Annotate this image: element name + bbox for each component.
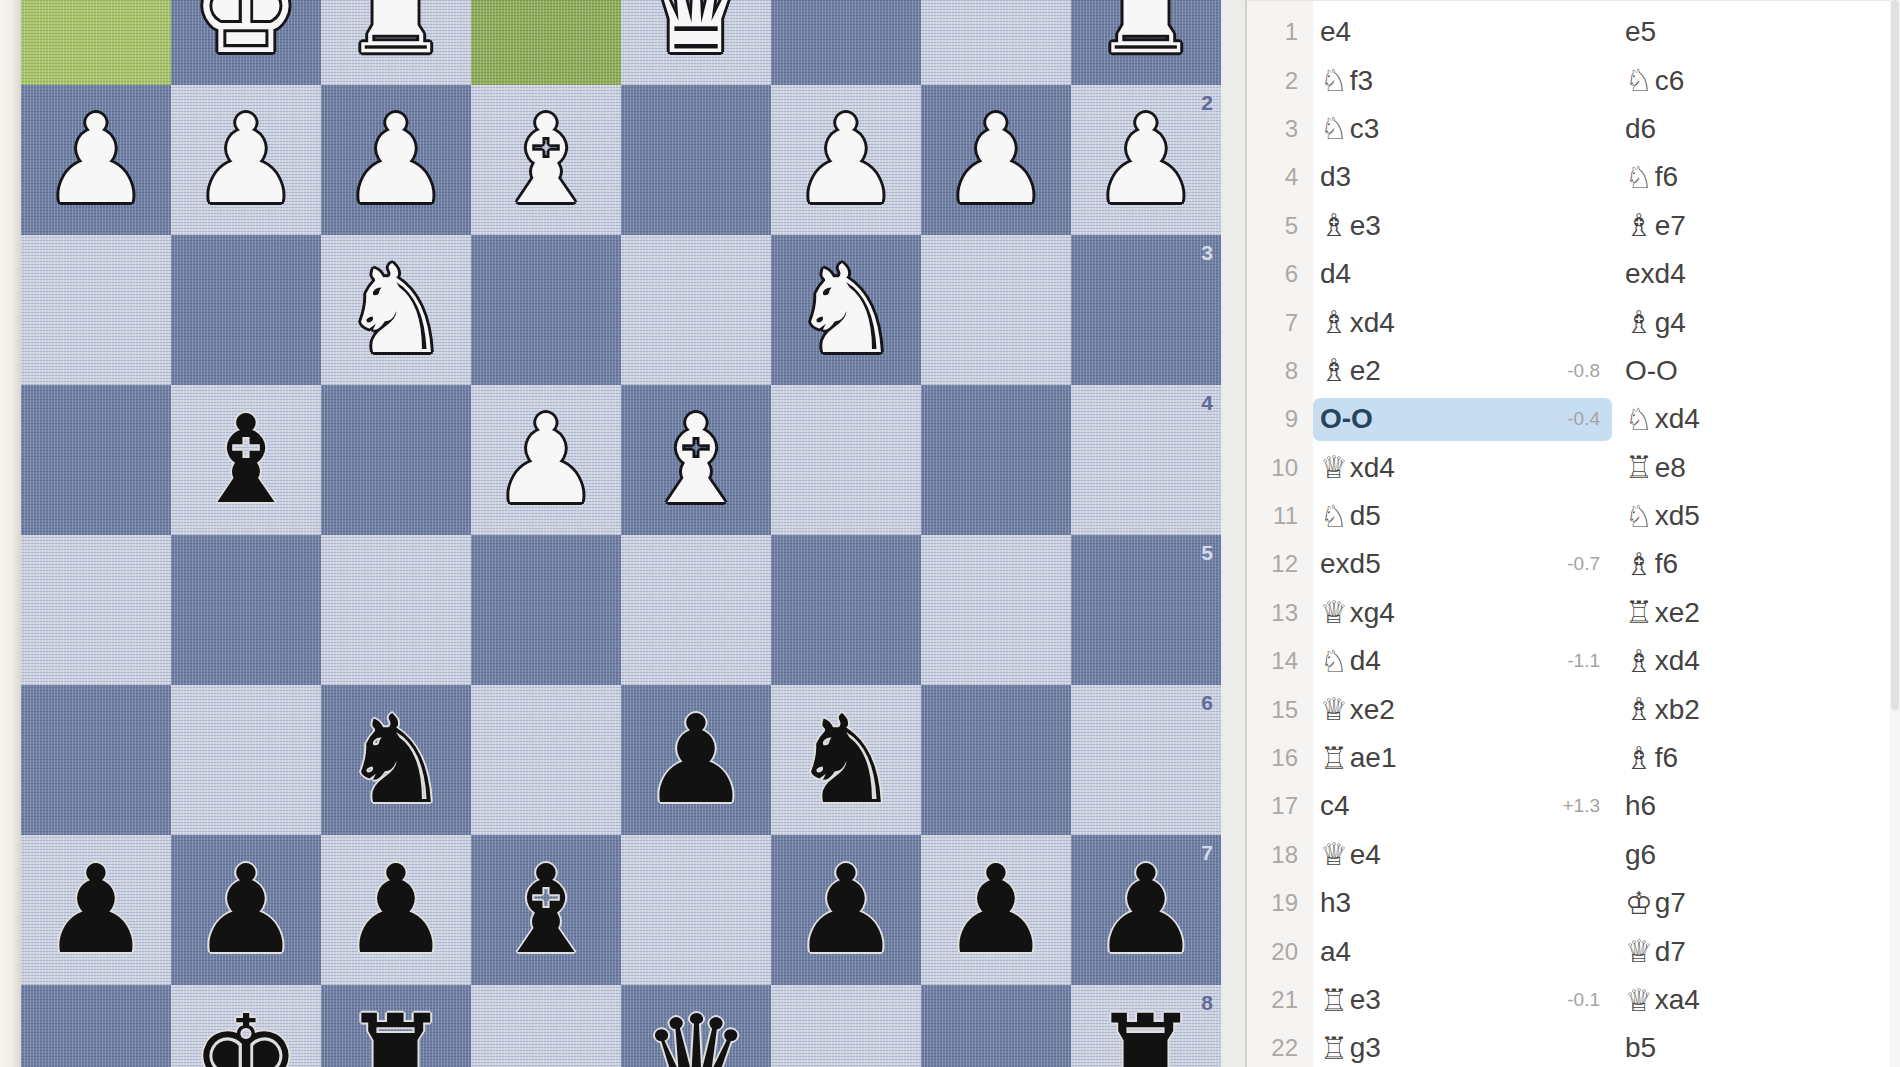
- move-san: e8: [1655, 452, 1686, 484]
- move-row-3: 3♘c3d6: [1247, 105, 1900, 153]
- figurine-knight-icon: ♘: [1625, 65, 1653, 96]
- scrollbar-track[interactable]: [1890, 0, 1900, 1067]
- square-texture: [1071, 535, 1221, 685]
- move-san: xb2: [1655, 694, 1700, 726]
- black-pawn-c7[interactable]: ♟: [771, 835, 921, 985]
- board-square-f4[interactable]: [321, 385, 471, 535]
- move-san: d3: [1320, 161, 1351, 193]
- black-move-5[interactable]: ♗e7: [1625, 204, 1686, 247]
- black-move-16[interactable]: ♗f6: [1625, 737, 1678, 780]
- board-square-g4[interactable]: ♝: [171, 385, 321, 535]
- black-move-3[interactable]: d6: [1625, 107, 1656, 150]
- white-move-8[interactable]: ♗e2-0.8: [1313, 349, 1612, 392]
- square-texture: [471, 0, 621, 85]
- square-texture: [21, 985, 171, 1067]
- square-texture: [21, 385, 171, 535]
- move-number: 14: [1247, 647, 1298, 675]
- white-move-15[interactable]: ♕xe2: [1313, 688, 1612, 731]
- white-move-2[interactable]: ♘f3: [1313, 59, 1612, 102]
- figurine-bishop-icon: ♗: [1625, 743, 1653, 774]
- rank-label-7: 7: [1201, 841, 1213, 865]
- white-move-16[interactable]: ♖ae1: [1313, 737, 1612, 780]
- square-texture: [771, 0, 921, 85]
- board-panel-gap: [1221, 0, 1245, 1067]
- black-move-9[interactable]: ♘xd4: [1625, 398, 1700, 441]
- figurine-knight-icon: ♘: [1320, 65, 1348, 96]
- move-san: d7: [1655, 936, 1686, 968]
- move-row-16: 16♖ae1♗f6: [1247, 734, 1900, 782]
- figurine-bishop-icon: ♗: [1320, 355, 1348, 386]
- board-square-f2[interactable]: ♟: [321, 85, 471, 235]
- board-square-e3[interactable]: [471, 235, 621, 385]
- move-san: f6: [1655, 161, 1678, 193]
- move-row-8: 8♗e2-0.8O-O: [1247, 347, 1900, 395]
- black-move-20[interactable]: ♕d7: [1625, 930, 1686, 973]
- move-number: 20: [1247, 938, 1298, 966]
- board-square-d8[interactable]: ♛: [621, 985, 771, 1067]
- white-move-13[interactable]: ♕xg4: [1313, 591, 1612, 634]
- white-rook-f1[interactable]: ♜: [321, 0, 471, 85]
- white-move-1[interactable]: e4: [1313, 11, 1612, 54]
- board-square-c3[interactable]: ♞: [771, 235, 921, 385]
- white-pawn-h2[interactable]: ♟: [21, 85, 171, 235]
- square-texture: [621, 535, 771, 685]
- white-move-11[interactable]: ♘d5: [1313, 495, 1612, 538]
- figurine-knight-icon: ♘: [1625, 501, 1653, 532]
- move-number: 1: [1247, 18, 1298, 46]
- move-san: e4: [1320, 16, 1351, 48]
- white-pawn-b2[interactable]: ♟: [921, 85, 1071, 235]
- white-move-19[interactable]: h3: [1313, 882, 1612, 925]
- board-square-e7[interactable]: ♝: [471, 835, 621, 985]
- black-move-6[interactable]: exd4: [1625, 253, 1686, 296]
- figurine-knight-icon: ♘: [1625, 162, 1653, 193]
- move-san: e2: [1350, 355, 1381, 387]
- black-pawn-b7[interactable]: ♟: [921, 835, 1071, 985]
- board-square-c8[interactable]: [771, 985, 921, 1067]
- board-square-d5[interactable]: [621, 535, 771, 685]
- figurine-knight-icon: ♘: [1320, 501, 1348, 532]
- black-move-12[interactable]: ♗f6: [1625, 543, 1678, 586]
- white-move-9[interactable]: O-O-0.4: [1313, 398, 1612, 441]
- white-bishop-d4[interactable]: ♝: [621, 385, 771, 535]
- square-texture: [1071, 385, 1221, 535]
- move-san: xd4: [1350, 307, 1395, 339]
- black-pawn-h7[interactable]: ♟: [21, 835, 171, 985]
- figurine-bishop-icon: ♗: [1320, 210, 1348, 241]
- move-san: h6: [1625, 790, 1656, 822]
- board-square-c4[interactable]: [771, 385, 921, 535]
- eval-badge: -0.4: [1567, 408, 1600, 430]
- black-move-21[interactable]: ♕xa4: [1625, 979, 1700, 1022]
- move-san: g7: [1655, 887, 1686, 919]
- board-square-b5[interactable]: [921, 535, 1071, 685]
- figurine-queen-icon: ♕: [1625, 936, 1653, 967]
- white-move-14[interactable]: ♘d4-1.1: [1313, 640, 1612, 683]
- black-move-19[interactable]: ♔g7: [1625, 882, 1686, 925]
- board-square-a2[interactable]: ♟: [1071, 85, 1221, 235]
- move-number: 5: [1247, 212, 1298, 240]
- black-move-10[interactable]: ♖e8: [1625, 446, 1686, 489]
- board-square-g1[interactable]: ♚: [171, 0, 321, 85]
- white-move-5[interactable]: ♗e3: [1313, 204, 1612, 247]
- white-move-10[interactable]: ♕xd4: [1313, 446, 1612, 489]
- white-move-20[interactable]: a4: [1313, 930, 1612, 973]
- move-row-19: 19h3♔g7: [1247, 879, 1900, 927]
- board-square-g3[interactable]: [171, 235, 321, 385]
- eval-badge: -0.7: [1567, 553, 1600, 575]
- move-number: 2: [1247, 67, 1298, 95]
- figurine-rook-icon: ♖: [1625, 597, 1653, 628]
- move-row-21: 21♖e3-0.1♕xa4: [1247, 976, 1900, 1024]
- white-knight-c3[interactable]: ♞: [771, 235, 921, 385]
- board-square-d2[interactable]: [621, 85, 771, 235]
- black-bishop-g4[interactable]: ♝: [171, 385, 321, 535]
- board-square-e8[interactable]: [471, 985, 621, 1067]
- board-square-a4[interactable]: [1071, 385, 1221, 535]
- move-san: d5: [1350, 500, 1381, 532]
- move-row-1: 1e4e5: [1247, 8, 1900, 56]
- white-pawn-f2[interactable]: ♟: [321, 85, 471, 235]
- move-row-4: 4d3♘f6: [1247, 153, 1900, 201]
- board-square-d1[interactable]: ♛: [621, 0, 771, 85]
- board-square-e4[interactable]: ♟: [471, 385, 621, 535]
- move-number: 6: [1247, 260, 1298, 288]
- rank-label-3: 3: [1201, 241, 1213, 265]
- board-square-a5[interactable]: [1071, 535, 1221, 685]
- black-move-8[interactable]: O-O: [1625, 349, 1678, 392]
- figurine-queen-icon: ♕: [1320, 694, 1348, 725]
- board-square-e5[interactable]: [471, 535, 621, 685]
- board-square-b6[interactable]: [921, 685, 1071, 835]
- black-move-17[interactable]: h6: [1625, 785, 1656, 828]
- move-row-18: 18♕e4g6: [1247, 831, 1900, 879]
- black-pawn-g7[interactable]: ♟: [171, 835, 321, 985]
- move-san: b5: [1625, 1032, 1656, 1064]
- white-move-6[interactable]: d4: [1313, 253, 1612, 296]
- square-texture: [471, 985, 621, 1067]
- board-square-h3[interactable]: [21, 235, 171, 385]
- move-row-14: 14♘d4-1.1♗xd4: [1247, 637, 1900, 685]
- eval-badge: -0.8: [1567, 360, 1600, 382]
- figurine-rook-icon: ♖: [1320, 743, 1348, 774]
- board-square-f8[interactable]: ♜: [321, 985, 471, 1067]
- figurine-bishop-icon: ♗: [1625, 694, 1653, 725]
- square-texture: [921, 985, 1071, 1067]
- white-queen-d1[interactable]: ♛: [621, 0, 771, 85]
- square-texture: [621, 85, 771, 235]
- board-square-c7[interactable]: ♟: [771, 835, 921, 985]
- square-texture: [921, 685, 1071, 835]
- board-square-a3[interactable]: [1071, 235, 1221, 385]
- board-square-b4[interactable]: [921, 385, 1071, 535]
- figurine-queen-icon: ♕: [1320, 452, 1348, 483]
- move-row-7: 7♗xd4♗g4: [1247, 298, 1900, 346]
- board-square-f1[interactable]: ♜: [321, 0, 471, 85]
- square-texture: [921, 535, 1071, 685]
- move-number: 12: [1247, 550, 1298, 578]
- figurine-bishop-icon: ♗: [1625, 210, 1653, 241]
- board-square-b3[interactable]: [921, 235, 1071, 385]
- board-square-a6[interactable]: [1071, 685, 1221, 835]
- square-texture: [471, 685, 621, 835]
- eval-badge: +1.3: [1562, 795, 1600, 817]
- move-san: xd4: [1655, 645, 1700, 677]
- move-san: d6: [1625, 113, 1656, 145]
- move-number: 10: [1247, 454, 1298, 482]
- black-pawn-f7[interactable]: ♟: [321, 835, 471, 985]
- white-pawn-e4[interactable]: ♟: [471, 385, 621, 535]
- white-pawn-g2[interactable]: ♟: [171, 85, 321, 235]
- square-texture: [771, 985, 921, 1067]
- move-san: d4: [1350, 645, 1381, 677]
- board-square-b8[interactable]: [921, 985, 1071, 1067]
- move-san: O-O: [1320, 403, 1373, 435]
- black-king-g8[interactable]: ♚: [171, 985, 321, 1067]
- black-move-1[interactable]: e5: [1625, 11, 1656, 54]
- move-number: 18: [1247, 841, 1298, 869]
- board-square-c2[interactable]: ♟: [771, 85, 921, 235]
- move-number: 13: [1247, 599, 1298, 627]
- rank-label-4: 4: [1201, 391, 1213, 415]
- square-texture: [21, 685, 171, 835]
- move-number: 8: [1247, 357, 1298, 385]
- rank-label-2: 2: [1201, 91, 1213, 115]
- black-queen-d8[interactable]: ♛: [621, 985, 771, 1067]
- move-row-12: 12exd5-0.7♗f6: [1247, 540, 1900, 588]
- figurine-rook-icon: ♖: [1625, 452, 1653, 483]
- move-number: 19: [1247, 889, 1298, 917]
- black-knight-c6[interactable]: ♞: [771, 685, 921, 835]
- move-row-9: 9O-O-0.4♘xd4: [1247, 395, 1900, 443]
- board-square-g6[interactable]: [171, 685, 321, 835]
- move-san: c3: [1350, 113, 1380, 145]
- white-pawn-c2[interactable]: ♟: [771, 85, 921, 235]
- figurine-queen-icon: ♕: [1320, 597, 1348, 628]
- white-king-g1[interactable]: ♚: [171, 0, 321, 85]
- figurine-queen-icon: ♕: [1320, 839, 1348, 870]
- black-rook-a8[interactable]: ♜: [1071, 985, 1221, 1067]
- board-square-g2[interactable]: ♟: [171, 85, 321, 235]
- board-square-h2[interactable]: ♟: [21, 85, 171, 235]
- board-square-c6[interactable]: ♞: [771, 685, 921, 835]
- move-san: a4: [1320, 936, 1351, 968]
- move-number: 11: [1247, 502, 1298, 530]
- board-square-c1[interactable]: [771, 0, 921, 85]
- move-san: e4: [1350, 839, 1381, 871]
- move-number: 4: [1247, 163, 1298, 191]
- move-row-17: 17c4+1.3h6: [1247, 782, 1900, 830]
- move-san: f3: [1350, 65, 1373, 97]
- board-square-c5[interactable]: [771, 535, 921, 685]
- board-square-a1[interactable]: ♜: [1071, 0, 1221, 85]
- move-row-6: 6d4exd4: [1247, 250, 1900, 298]
- square-texture: [471, 235, 621, 385]
- square-texture: [1071, 685, 1221, 835]
- white-move-4[interactable]: d3: [1313, 156, 1612, 199]
- move-san: g4: [1655, 307, 1686, 339]
- black-move-22[interactable]: b5: [1625, 1027, 1656, 1067]
- board-square-h8[interactable]: [21, 985, 171, 1067]
- figurine-bishop-icon: ♗: [1320, 307, 1348, 338]
- black-move-18[interactable]: g6: [1625, 833, 1656, 876]
- board-square-g7[interactable]: ♟: [171, 835, 321, 985]
- board-square-h5[interactable]: [21, 535, 171, 685]
- move-san: f6: [1655, 742, 1678, 774]
- figurine-bishop-icon: ♗: [1625, 307, 1653, 338]
- square-texture: [621, 835, 771, 985]
- figurine-knight-icon: ♘: [1625, 404, 1653, 435]
- black-move-4[interactable]: ♘f6: [1625, 156, 1678, 199]
- move-row-11: 11♘d5♘xd5: [1247, 492, 1900, 540]
- black-move-14[interactable]: ♗xd4: [1625, 640, 1700, 683]
- square-texture: [771, 535, 921, 685]
- board-square-g8[interactable]: ♚: [171, 985, 321, 1067]
- move-san: xa4: [1655, 984, 1700, 1016]
- square-texture: [771, 385, 921, 535]
- black-move-15[interactable]: ♗xb2: [1625, 688, 1700, 731]
- move-san: e7: [1655, 210, 1686, 242]
- move-row-20: 20a4♕d7: [1247, 927, 1900, 975]
- move-number: 3: [1247, 115, 1298, 143]
- white-knight-f3[interactable]: ♞: [321, 235, 471, 385]
- board-square-h6[interactable]: [21, 685, 171, 835]
- scrollbar-thumb[interactable]: [1891, 0, 1899, 710]
- move-row-22: 22♖g3b5: [1247, 1024, 1900, 1067]
- move-san: xd5: [1655, 500, 1700, 532]
- figurine-bishop-icon: ♗: [1625, 646, 1653, 677]
- move-number: 21: [1247, 986, 1298, 1014]
- white-move-17[interactable]: c4+1.3: [1313, 785, 1612, 828]
- move-san: xd4: [1350, 452, 1395, 484]
- move-san: xe2: [1350, 694, 1395, 726]
- board-square-d7[interactable]: [621, 835, 771, 985]
- black-knight-f6[interactable]: ♞: [321, 685, 471, 835]
- move-number: 9: [1247, 405, 1298, 433]
- board-square-e6[interactable]: [471, 685, 621, 835]
- figurine-knight-icon: ♘: [1320, 646, 1348, 677]
- move-row-13: 13♕xg4♖xe2: [1247, 589, 1900, 637]
- move-row-2: 2♘f3♘c6: [1247, 56, 1900, 104]
- board-square-b7[interactable]: ♟: [921, 835, 1071, 985]
- black-bishop-e7[interactable]: ♝: [471, 835, 621, 985]
- move-san: xg4: [1350, 597, 1395, 629]
- board-square-h1[interactable]: [21, 0, 171, 85]
- move-number: 15: [1247, 696, 1298, 724]
- figurine-rook-icon: ♖: [1320, 1033, 1348, 1064]
- board-square-b2[interactable]: ♟: [921, 85, 1071, 235]
- figurine-king-icon: ♔: [1625, 888, 1653, 919]
- move-san: c4: [1320, 790, 1350, 822]
- square-texture: [21, 0, 171, 85]
- move-number: 16: [1247, 744, 1298, 772]
- square-texture: [171, 535, 321, 685]
- white-move-7[interactable]: ♗xd4: [1313, 301, 1612, 344]
- chess-board[interactable]: ♚♜♛♜♟♟♟♝♟♟♟♞♞♝♟♝♞♟♞♟♟♟♝♟♟♟♚♜♛♜2345678: [21, 0, 1221, 1067]
- figurine-knight-icon: ♘: [1320, 113, 1348, 144]
- move-san: d4: [1320, 258, 1351, 290]
- board-square-e2[interactable]: ♝: [471, 85, 621, 235]
- board-square-d3[interactable]: [621, 235, 771, 385]
- square-texture: [171, 235, 321, 385]
- move-number: 7: [1247, 309, 1298, 337]
- move-san: f6: [1655, 548, 1678, 580]
- black-move-11[interactable]: ♘xd5: [1625, 495, 1700, 538]
- square-texture: [921, 235, 1071, 385]
- move-row-5: 5♗e3♗e7: [1247, 202, 1900, 250]
- rank-label-8: 8: [1201, 991, 1213, 1015]
- white-move-12[interactable]: exd5-0.7: [1313, 543, 1612, 586]
- board-square-f7[interactable]: ♟: [321, 835, 471, 985]
- black-pawn-a7[interactable]: ♟: [1071, 835, 1221, 985]
- move-row-15: 15♕xe2♗xb2: [1247, 685, 1900, 733]
- move-san: e3: [1350, 210, 1381, 242]
- square-texture: [921, 0, 1071, 85]
- move-san: xe2: [1655, 597, 1700, 629]
- black-move-13[interactable]: ♖xe2: [1625, 591, 1700, 634]
- black-move-2[interactable]: ♘c6: [1625, 59, 1684, 102]
- board-square-f3[interactable]: ♞: [321, 235, 471, 385]
- move-list: 1e4e52♘f3♘c63♘c3d64d3♘f65♗e3♗e76d4exd47♗…: [1247, 8, 1900, 1067]
- figurine-rook-icon: ♖: [1320, 985, 1348, 1016]
- white-move-3[interactable]: ♘c3: [1313, 107, 1612, 150]
- black-move-7[interactable]: ♗g4: [1625, 301, 1686, 344]
- white-move-18[interactable]: ♕e4: [1313, 833, 1612, 876]
- move-san: ae1: [1350, 742, 1397, 774]
- board-square-d4[interactable]: ♝: [621, 385, 771, 535]
- board-viewport: ♚♜♛♜♟♟♟♝♟♟♟♞♞♝♟♝♞♟♞♟♟♟♝♟♟♟♚♜♛♜2345678: [21, 0, 1221, 1067]
- board-square-d6[interactable]: ♟: [621, 685, 771, 835]
- board-square-h4[interactable]: [21, 385, 171, 535]
- square-texture: [621, 235, 771, 385]
- eval-badge: -1.1: [1567, 650, 1600, 672]
- white-rook-a1[interactable]: ♜: [1071, 0, 1221, 85]
- board-square-e1[interactable]: [471, 0, 621, 85]
- board-square-h7[interactable]: ♟: [21, 835, 171, 985]
- board-square-a7[interactable]: ♟: [1071, 835, 1221, 985]
- square-texture: [21, 535, 171, 685]
- board-square-g5[interactable]: [171, 535, 321, 685]
- square-texture: [921, 385, 1071, 535]
- move-san: h3: [1320, 887, 1351, 919]
- white-move-22[interactable]: ♖g3: [1313, 1027, 1612, 1067]
- move-san: e3: [1350, 984, 1381, 1016]
- black-pawn-d6[interactable]: ♟: [621, 685, 771, 835]
- move-san: exd5: [1320, 548, 1381, 580]
- board-square-f5[interactable]: [321, 535, 471, 685]
- white-move-21[interactable]: ♖e3-0.1: [1313, 979, 1612, 1022]
- square-texture: [321, 385, 471, 535]
- move-row-10: 10♕xd4♖e8: [1247, 444, 1900, 492]
- board-square-b1[interactable]: [921, 0, 1071, 85]
- white-pawn-a2[interactable]: ♟: [1071, 85, 1221, 235]
- black-rook-f8[interactable]: ♜: [321, 985, 471, 1067]
- move-number: 22: [1247, 1034, 1298, 1062]
- move-san: xd4: [1655, 403, 1700, 435]
- move-san: exd4: [1625, 258, 1686, 290]
- square-texture: [171, 685, 321, 835]
- move-san: g6: [1625, 839, 1656, 871]
- move-number: 17: [1247, 792, 1298, 820]
- rank-label-5: 5: [1201, 541, 1213, 565]
- move-list-panel: 1e4e52♘f3♘c63♘c3d64d3♘f65♗e3♗e76d4exd47♗…: [1247, 0, 1900, 1067]
- board-square-f6[interactable]: ♞: [321, 685, 471, 835]
- board-square-a8[interactable]: ♜: [1071, 985, 1221, 1067]
- window-left-gutter: [0, 0, 21, 1067]
- square-texture: [1071, 235, 1221, 385]
- rank-label-6: 6: [1201, 691, 1213, 715]
- white-bishop-e2[interactable]: ♝: [471, 85, 621, 235]
